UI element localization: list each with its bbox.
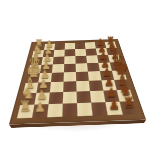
piece-black-rook-h8[interactable]: ♜︎ xyxy=(121,96,136,111)
piece-black-pawn-h7[interactable]: ♟︎ xyxy=(107,98,122,112)
chess-scene: ♜︎♟︎♟︎♜︎♞︎♟︎♟︎♞︎♝︎♟︎♟︎♝︎♛︎♟︎♟︎♛︎♚︎♟︎♟︎♚︎… xyxy=(0,0,150,150)
piece-white-pawn-h2[interactable]: ♟︎ xyxy=(32,100,47,114)
chess-set-photo: ♜︎♟︎♟︎♜︎♞︎♟︎♟︎♞︎♝︎♟︎♟︎♝︎♛︎♟︎♟︎♛︎♚︎♟︎♟︎♚︎… xyxy=(0,0,150,150)
piece-white-rook-h1[interactable]: ♜︎ xyxy=(17,100,32,115)
chess-board: ♜︎♟︎♟︎♜︎♞︎♟︎♟︎♞︎♝︎♟︎♟︎♝︎♛︎♟︎♟︎♛︎♚︎♟︎♟︎♚︎… xyxy=(9,39,146,125)
pieces-layer: ♜︎♟︎♟︎♜︎♞︎♟︎♟︎♞︎♝︎♟︎♟︎♝︎♛︎♟︎♟︎♛︎♚︎♟︎♟︎♚︎… xyxy=(17,42,138,119)
